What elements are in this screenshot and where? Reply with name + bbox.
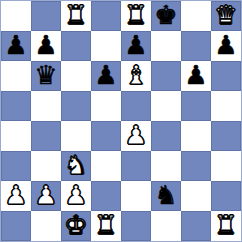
square-e6[interactable]: ♝ bbox=[121, 61, 151, 91]
square-a3[interactable] bbox=[1, 151, 31, 181]
square-d1[interactable]: ♜ bbox=[91, 211, 121, 241]
piece-black-pawn[interactable]: ♟ bbox=[34, 32, 57, 58]
square-f7[interactable] bbox=[151, 31, 181, 61]
square-d6[interactable]: ♟ bbox=[91, 61, 121, 91]
piece-white-bishop[interactable]: ♝ bbox=[124, 62, 147, 88]
square-e2[interactable] bbox=[121, 181, 151, 211]
piece-white-rook[interactable]: ♜ bbox=[64, 2, 87, 28]
piece-white-knight[interactable]: ♞ bbox=[64, 152, 87, 178]
piece-black-pawn[interactable]: ♟ bbox=[124, 32, 147, 58]
square-f4[interactable] bbox=[151, 121, 181, 151]
square-g1[interactable] bbox=[181, 211, 211, 241]
square-f1[interactable] bbox=[151, 211, 181, 241]
piece-white-king[interactable]: ♚ bbox=[64, 212, 87, 238]
square-f3[interactable] bbox=[151, 151, 181, 181]
piece-white-queen[interactable]: ♛ bbox=[214, 2, 237, 28]
piece-white-rook[interactable]: ♜ bbox=[214, 212, 237, 238]
square-e4[interactable]: ♟ bbox=[121, 121, 151, 151]
square-b4[interactable] bbox=[31, 121, 61, 151]
square-h3[interactable] bbox=[211, 151, 241, 181]
square-c2[interactable]: ♟ bbox=[61, 181, 91, 211]
square-h8[interactable]: ♛ bbox=[211, 1, 241, 31]
chess-board: ♜♜♚♛♟♟♟♟♛♟♝♟♟♞♟♟♟♞♚♜♜ bbox=[0, 0, 242, 242]
piece-white-pawn[interactable]: ♟ bbox=[34, 182, 57, 208]
square-b2[interactable]: ♟ bbox=[31, 181, 61, 211]
square-a5[interactable] bbox=[1, 91, 31, 121]
piece-black-queen[interactable]: ♛ bbox=[34, 62, 57, 88]
square-h6[interactable] bbox=[211, 61, 241, 91]
square-c6[interactable] bbox=[61, 61, 91, 91]
square-g3[interactable] bbox=[181, 151, 211, 181]
square-a6[interactable] bbox=[1, 61, 31, 91]
square-c4[interactable] bbox=[61, 121, 91, 151]
square-b3[interactable] bbox=[31, 151, 61, 181]
square-c1[interactable]: ♚ bbox=[61, 211, 91, 241]
piece-black-pawn[interactable]: ♟ bbox=[184, 62, 207, 88]
piece-white-rook[interactable]: ♜ bbox=[94, 212, 117, 238]
square-a7[interactable]: ♟ bbox=[1, 31, 31, 61]
square-h5[interactable] bbox=[211, 91, 241, 121]
piece-white-pawn[interactable]: ♟ bbox=[64, 182, 87, 208]
square-b1[interactable] bbox=[31, 211, 61, 241]
square-f6[interactable] bbox=[151, 61, 181, 91]
square-e1[interactable] bbox=[121, 211, 151, 241]
square-c8[interactable]: ♜ bbox=[61, 1, 91, 31]
square-b5[interactable] bbox=[31, 91, 61, 121]
piece-black-knight[interactable]: ♞ bbox=[154, 182, 177, 208]
square-d8[interactable] bbox=[91, 1, 121, 31]
piece-black-pawn[interactable]: ♟ bbox=[214, 32, 237, 58]
square-g2[interactable] bbox=[181, 181, 211, 211]
square-c3[interactable]: ♞ bbox=[61, 151, 91, 181]
square-h1[interactable]: ♜ bbox=[211, 211, 241, 241]
square-b7[interactable]: ♟ bbox=[31, 31, 61, 61]
square-g4[interactable] bbox=[181, 121, 211, 151]
square-e8[interactable]: ♜ bbox=[121, 1, 151, 31]
square-e5[interactable] bbox=[121, 91, 151, 121]
piece-black-pawn[interactable]: ♟ bbox=[4, 32, 27, 58]
piece-black-king[interactable]: ♚ bbox=[154, 2, 177, 28]
piece-black-pawn[interactable]: ♟ bbox=[94, 62, 117, 88]
square-a1[interactable] bbox=[1, 211, 31, 241]
square-f2[interactable]: ♞ bbox=[151, 181, 181, 211]
square-f8[interactable]: ♚ bbox=[151, 1, 181, 31]
square-g6[interactable]: ♟ bbox=[181, 61, 211, 91]
square-c7[interactable] bbox=[61, 31, 91, 61]
square-h7[interactable]: ♟ bbox=[211, 31, 241, 61]
square-g5[interactable] bbox=[181, 91, 211, 121]
square-d5[interactable] bbox=[91, 91, 121, 121]
square-d3[interactable] bbox=[91, 151, 121, 181]
square-f5[interactable] bbox=[151, 91, 181, 121]
square-b6[interactable]: ♛ bbox=[31, 61, 61, 91]
piece-white-pawn[interactable]: ♟ bbox=[4, 182, 27, 208]
square-h4[interactable] bbox=[211, 121, 241, 151]
square-d7[interactable] bbox=[91, 31, 121, 61]
piece-white-rook[interactable]: ♜ bbox=[124, 2, 147, 28]
square-e7[interactable]: ♟ bbox=[121, 31, 151, 61]
square-h2[interactable] bbox=[211, 181, 241, 211]
square-a2[interactable]: ♟ bbox=[1, 181, 31, 211]
square-d4[interactable] bbox=[91, 121, 121, 151]
square-e3[interactable] bbox=[121, 151, 151, 181]
square-d2[interactable] bbox=[91, 181, 121, 211]
square-b8[interactable] bbox=[31, 1, 61, 31]
square-c5[interactable] bbox=[61, 91, 91, 121]
square-g7[interactable] bbox=[181, 31, 211, 61]
square-a8[interactable] bbox=[1, 1, 31, 31]
piece-white-pawn[interactable]: ♟ bbox=[124, 122, 147, 148]
square-a4[interactable] bbox=[1, 121, 31, 151]
square-g8[interactable] bbox=[181, 1, 211, 31]
